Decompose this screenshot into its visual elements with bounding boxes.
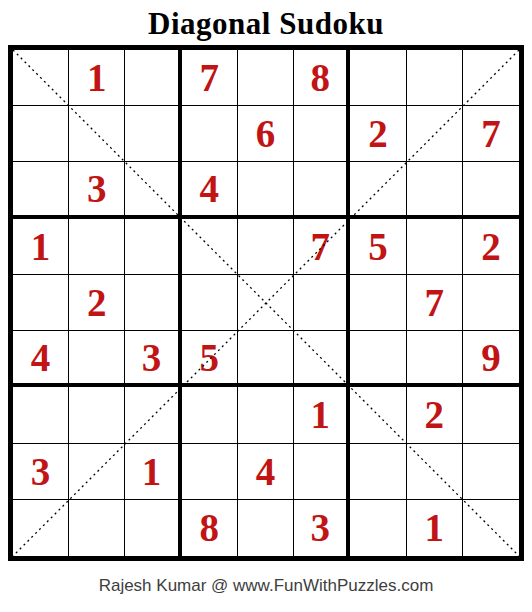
- page-title: Diagonal Sudoku: [0, 0, 532, 45]
- cell-r8c3[interactable]: 1: [125, 444, 181, 500]
- cell-r6c6[interactable]: [294, 331, 350, 387]
- cell-r3c6[interactable]: [294, 162, 350, 218]
- cell-r2c2[interactable]: [69, 106, 125, 162]
- cell-r3c3[interactable]: [125, 162, 181, 218]
- cell-r7c5[interactable]: [238, 387, 294, 443]
- cell-r2c4[interactable]: [182, 106, 238, 162]
- cell-r6c2[interactable]: [69, 331, 125, 387]
- cell-r1c5[interactable]: [238, 50, 294, 106]
- cell-r9c6[interactable]: 3: [294, 500, 350, 556]
- cell-r4c8[interactable]: [407, 219, 463, 275]
- cell-r8c4[interactable]: [182, 444, 238, 500]
- cell-r5c8[interactable]: 7: [407, 275, 463, 331]
- cell-r7c8[interactable]: 2: [407, 387, 463, 443]
- cell-r8c9[interactable]: [463, 444, 519, 500]
- cell-r9c2[interactable]: [69, 500, 125, 556]
- cell-r4c2[interactable]: [69, 219, 125, 275]
- cell-r1c8[interactable]: [407, 50, 463, 106]
- cell-r1c7[interactable]: [350, 50, 406, 106]
- cell-r6c8[interactable]: [407, 331, 463, 387]
- cell-r5c1[interactable]: [13, 275, 69, 331]
- cell-r2c6[interactable]: [294, 106, 350, 162]
- cell-r3c5[interactable]: [238, 162, 294, 218]
- cell-r3c1[interactable]: [13, 162, 69, 218]
- cell-r5c2[interactable]: 2: [69, 275, 125, 331]
- cell-r7c2[interactable]: [69, 387, 125, 443]
- cell-r9c8[interactable]: 1: [407, 500, 463, 556]
- cell-r1c1[interactable]: [13, 50, 69, 106]
- cell-r6c3[interactable]: 3: [125, 331, 181, 387]
- cell-r1c6[interactable]: 8: [294, 50, 350, 106]
- cell-r4c5[interactable]: [238, 219, 294, 275]
- cell-r4c7[interactable]: 5: [350, 219, 406, 275]
- cell-r7c3[interactable]: [125, 387, 181, 443]
- cell-r9c7[interactable]: [350, 500, 406, 556]
- cell-r7c4[interactable]: [182, 387, 238, 443]
- cell-r9c4[interactable]: 8: [182, 500, 238, 556]
- cell-r7c7[interactable]: [350, 387, 406, 443]
- cell-r9c1[interactable]: [13, 500, 69, 556]
- cell-r8c8[interactable]: [407, 444, 463, 500]
- credit-text: Rajesh Kumar @ www.FunWithPuzzles.com: [0, 576, 532, 596]
- cell-r6c4[interactable]: 5: [182, 331, 238, 387]
- cell-r6c5[interactable]: [238, 331, 294, 387]
- cell-r5c9[interactable]: [463, 275, 519, 331]
- cell-r6c1[interactable]: 4: [13, 331, 69, 387]
- cell-r8c7[interactable]: [350, 444, 406, 500]
- sudoku-grid: 17862734175227435912314831: [13, 50, 519, 556]
- cell-r1c2[interactable]: 1: [69, 50, 125, 106]
- cell-r2c5[interactable]: 6: [238, 106, 294, 162]
- cell-r8c1[interactable]: 3: [13, 444, 69, 500]
- cell-r3c7[interactable]: [350, 162, 406, 218]
- cell-r5c3[interactable]: [125, 275, 181, 331]
- cell-r8c5[interactable]: 4: [238, 444, 294, 500]
- cell-r1c9[interactable]: [463, 50, 519, 106]
- cell-r1c3[interactable]: [125, 50, 181, 106]
- cell-r2c8[interactable]: [407, 106, 463, 162]
- cell-r9c3[interactable]: [125, 500, 181, 556]
- cell-r6c7[interactable]: [350, 331, 406, 387]
- cell-r6c9[interactable]: 9: [463, 331, 519, 387]
- cell-r7c6[interactable]: 1: [294, 387, 350, 443]
- cell-r9c9[interactable]: [463, 500, 519, 556]
- cell-r8c6[interactable]: [294, 444, 350, 500]
- cell-r5c7[interactable]: [350, 275, 406, 331]
- cell-r9c5[interactable]: [238, 500, 294, 556]
- cell-r2c9[interactable]: 7: [463, 106, 519, 162]
- cell-r8c2[interactable]: [69, 444, 125, 500]
- cell-r4c9[interactable]: 2: [463, 219, 519, 275]
- cell-r5c6[interactable]: [294, 275, 350, 331]
- cell-r2c7[interactable]: 2: [350, 106, 406, 162]
- cell-r4c4[interactable]: [182, 219, 238, 275]
- cell-r1c4[interactable]: 7: [182, 50, 238, 106]
- cell-r7c9[interactable]: [463, 387, 519, 443]
- cell-r3c4[interactable]: 4: [182, 162, 238, 218]
- cell-r5c4[interactable]: [182, 275, 238, 331]
- cell-r4c1[interactable]: 1: [13, 219, 69, 275]
- sudoku-board: 17862734175227435912314831: [8, 45, 524, 561]
- cell-r2c3[interactable]: [125, 106, 181, 162]
- cell-r4c3[interactable]: [125, 219, 181, 275]
- cell-r7c1[interactable]: [13, 387, 69, 443]
- cell-r3c2[interactable]: 3: [69, 162, 125, 218]
- cell-r2c1[interactable]: [13, 106, 69, 162]
- cell-r5c5[interactable]: [238, 275, 294, 331]
- cell-r4c6[interactable]: 7: [294, 219, 350, 275]
- cell-r3c8[interactable]: [407, 162, 463, 218]
- cell-r3c9[interactable]: [463, 162, 519, 218]
